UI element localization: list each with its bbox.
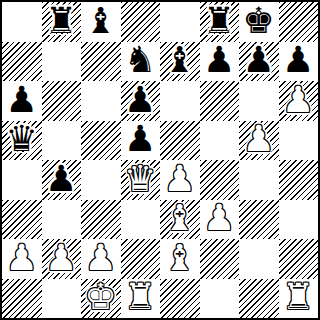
black-pawn-f7[interactable]: ♟ <box>203 42 235 78</box>
square-e1[interactable] <box>160 279 200 319</box>
white-queen-d4[interactable]: ♛ <box>124 161 156 197</box>
square-g1[interactable] <box>239 279 279 319</box>
chess-board: ♜♝♜♚♞♝♟♟♟♟♟♟♛♟♟♟♛♟♝♟♟♟♟♝♚♜♜ <box>0 0 320 320</box>
square-d8[interactable] <box>121 2 161 42</box>
white-pawn-e4[interactable]: ♟ <box>164 161 196 197</box>
square-b6[interactable] <box>42 81 82 121</box>
square-f3[interactable]: ♟ <box>200 200 240 240</box>
square-h1[interactable]: ♜ <box>279 279 319 319</box>
black-rook-b8[interactable]: ♜ <box>45 3 77 39</box>
square-f7[interactable]: ♟ <box>200 42 240 82</box>
square-h7[interactable]: ♟ <box>279 42 319 82</box>
white-pawn-a2[interactable]: ♟ <box>6 240 38 276</box>
square-c7[interactable] <box>81 42 121 82</box>
square-e6[interactable] <box>160 81 200 121</box>
white-pawn-h6[interactable]: ♟ <box>282 82 314 118</box>
square-b1[interactable] <box>42 279 82 319</box>
white-bishop-e3[interactable]: ♝ <box>164 200 196 236</box>
square-g6[interactable] <box>239 81 279 121</box>
square-c3[interactable] <box>81 200 121 240</box>
square-d7[interactable]: ♞ <box>121 42 161 82</box>
square-e3[interactable]: ♝ <box>160 200 200 240</box>
square-a6[interactable]: ♟ <box>2 81 42 121</box>
black-pawn-d5[interactable]: ♟ <box>124 121 156 157</box>
square-a8[interactable] <box>2 2 42 42</box>
square-g4[interactable] <box>239 160 279 200</box>
white-rook-h1[interactable]: ♜ <box>282 279 314 315</box>
black-knight-d7[interactable]: ♞ <box>124 42 156 78</box>
square-b7[interactable] <box>42 42 82 82</box>
white-pawn-c2[interactable]: ♟ <box>85 240 117 276</box>
white-pawn-b2[interactable]: ♟ <box>45 240 77 276</box>
square-e7[interactable]: ♝ <box>160 42 200 82</box>
black-bishop-e7[interactable]: ♝ <box>164 42 196 78</box>
square-a7[interactable] <box>2 42 42 82</box>
square-b2[interactable]: ♟ <box>42 239 82 279</box>
square-e5[interactable] <box>160 121 200 161</box>
black-pawn-g7[interactable]: ♟ <box>243 42 275 78</box>
square-g8[interactable]: ♚ <box>239 2 279 42</box>
square-f4[interactable] <box>200 160 240 200</box>
square-b3[interactable] <box>42 200 82 240</box>
square-h2[interactable] <box>279 239 319 279</box>
square-b5[interactable] <box>42 121 82 161</box>
black-bishop-c8[interactable]: ♝ <box>85 3 117 39</box>
white-bishop-e2[interactable]: ♝ <box>164 240 196 276</box>
black-pawn-b4[interactable]: ♟ <box>45 161 77 197</box>
square-d6[interactable]: ♟ <box>121 81 161 121</box>
black-rook-f8[interactable]: ♜ <box>203 3 235 39</box>
square-f5[interactable] <box>200 121 240 161</box>
square-c2[interactable]: ♟ <box>81 239 121 279</box>
square-e4[interactable]: ♟ <box>160 160 200 200</box>
square-a2[interactable]: ♟ <box>2 239 42 279</box>
square-f2[interactable] <box>200 239 240 279</box>
square-g7[interactable]: ♟ <box>239 42 279 82</box>
square-d3[interactable] <box>121 200 161 240</box>
square-b4[interactable]: ♟ <box>42 160 82 200</box>
square-g5[interactable]: ♟ <box>239 121 279 161</box>
white-pawn-g5[interactable]: ♟ <box>243 121 275 157</box>
square-h3[interactable] <box>279 200 319 240</box>
square-c5[interactable] <box>81 121 121 161</box>
square-f1[interactable] <box>200 279 240 319</box>
black-pawn-d6[interactable]: ♟ <box>124 82 156 118</box>
square-g2[interactable] <box>239 239 279 279</box>
square-g3[interactable] <box>239 200 279 240</box>
square-c8[interactable]: ♝ <box>81 2 121 42</box>
square-a4[interactable] <box>2 160 42 200</box>
square-e2[interactable]: ♝ <box>160 239 200 279</box>
square-a1[interactable] <box>2 279 42 319</box>
square-d2[interactable] <box>121 239 161 279</box>
square-h8[interactable] <box>279 2 319 42</box>
square-c6[interactable] <box>81 81 121 121</box>
square-f8[interactable]: ♜ <box>200 2 240 42</box>
square-a5[interactable]: ♛ <box>2 121 42 161</box>
square-a3[interactable] <box>2 200 42 240</box>
square-b8[interactable]: ♜ <box>42 2 82 42</box>
square-d5[interactable]: ♟ <box>121 121 161 161</box>
square-d4[interactable]: ♛ <box>121 160 161 200</box>
black-pawn-a6[interactable]: ♟ <box>6 82 38 118</box>
white-king-c1[interactable]: ♚ <box>85 279 117 315</box>
black-queen-a5[interactable]: ♛ <box>6 121 38 157</box>
white-pawn-f3[interactable]: ♟ <box>203 200 235 236</box>
square-c4[interactable] <box>81 160 121 200</box>
black-king-g8[interactable]: ♚ <box>243 3 275 39</box>
square-h5[interactable] <box>279 121 319 161</box>
square-d1[interactable]: ♜ <box>121 279 161 319</box>
black-pawn-h7[interactable]: ♟ <box>282 42 314 78</box>
square-h4[interactable] <box>279 160 319 200</box>
square-e8[interactable] <box>160 2 200 42</box>
square-f6[interactable] <box>200 81 240 121</box>
square-h6[interactable]: ♟ <box>279 81 319 121</box>
white-rook-d1[interactable]: ♜ <box>124 279 156 315</box>
square-c1[interactable]: ♚ <box>81 279 121 319</box>
